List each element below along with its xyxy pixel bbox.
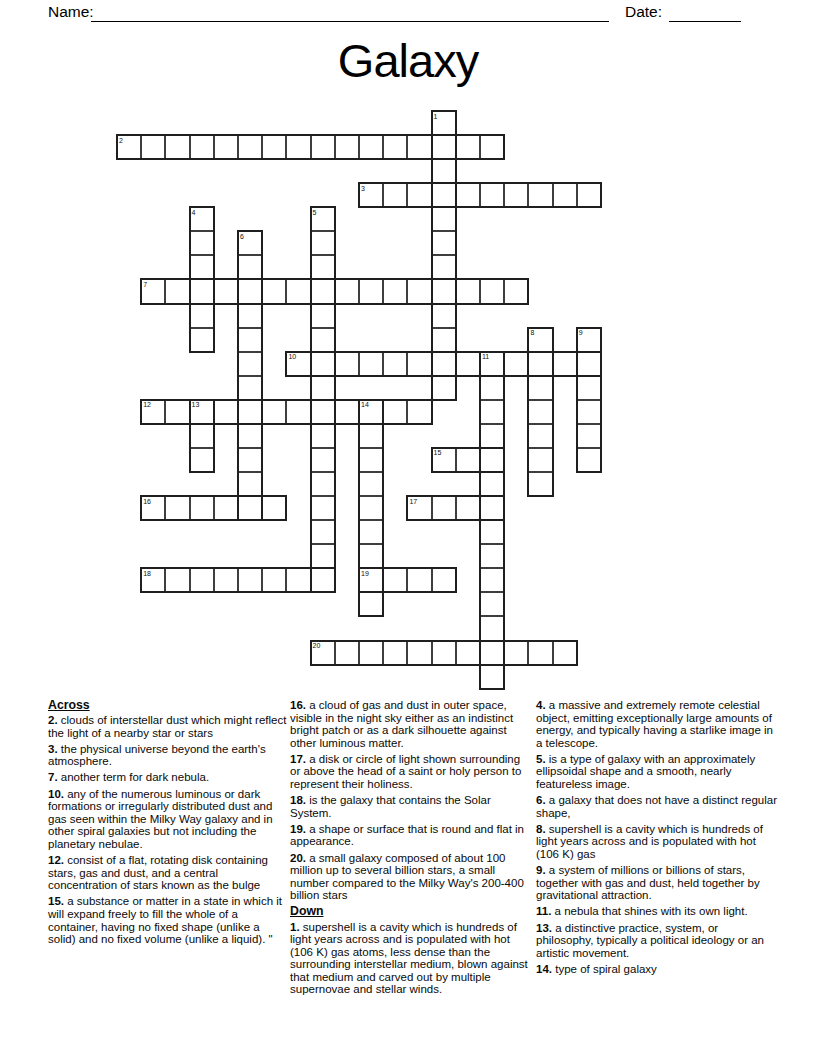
grid-cell[interactable] xyxy=(262,400,286,424)
grid-cell[interactable] xyxy=(238,448,262,472)
grid-cell[interactable] xyxy=(456,183,480,207)
cell-number: 14 xyxy=(361,401,369,409)
grid-cell[interactable] xyxy=(214,496,238,520)
across-clue-20: 20. a small galaxy composed of about 100… xyxy=(290,852,532,902)
grid-cell[interactable] xyxy=(504,183,528,207)
grid-cell[interactable] xyxy=(432,568,456,592)
grid-cell[interactable] xyxy=(480,665,504,689)
cell-number: 6 xyxy=(240,233,244,241)
grid-cell[interactable] xyxy=(577,448,601,472)
grid-cell[interactable] xyxy=(553,183,577,207)
grid-cell[interactable] xyxy=(286,400,310,424)
across-clue-7: 7. another term for dark nebula. xyxy=(48,771,290,784)
grid-cell[interactable] xyxy=(432,183,456,207)
grid-cell[interactable] xyxy=(359,472,383,496)
grid-cell[interactable] xyxy=(456,448,480,472)
grid-cell[interactable] xyxy=(286,279,310,303)
down-clue-5: 5. is a type of galaxy with an approxima… xyxy=(536,753,778,791)
cell-number: 15 xyxy=(434,449,442,457)
grid-cell[interactable] xyxy=(528,641,552,665)
clues-column-left: Across2. clouds of interstellar dust whi… xyxy=(48,699,290,949)
cell-number: 8 xyxy=(530,329,534,337)
grid-cell[interactable] xyxy=(383,135,407,159)
date-label: Date: xyxy=(625,3,662,21)
grid-cell[interactable] xyxy=(238,568,262,592)
grid-cell[interactable] xyxy=(480,544,504,568)
grid-cell[interactable] xyxy=(359,641,383,665)
grid-cell[interactable] xyxy=(407,641,431,665)
grid-cell[interactable] xyxy=(238,352,262,376)
grid-cell[interactable] xyxy=(480,279,504,303)
across-clue-19: 19. a shape or surface that is round and… xyxy=(290,823,532,848)
grid-cell[interactable] xyxy=(311,255,335,279)
grid-cell[interactable] xyxy=(335,400,359,424)
down-clue-8: 8. supershell is a cavity which is hundr… xyxy=(536,823,778,861)
grid-cell[interactable] xyxy=(456,496,480,520)
cell-number: 11 xyxy=(482,353,489,361)
across-clue-10: 10. any of the numerous luminous or dark… xyxy=(48,788,290,851)
grid-cell[interactable] xyxy=(190,448,214,472)
grid-cell[interactable] xyxy=(528,352,552,376)
grid-cell[interactable] xyxy=(456,135,480,159)
grid-cell[interactable] xyxy=(335,279,359,303)
grid-cell[interactable] xyxy=(407,400,431,424)
grid-cell[interactable] xyxy=(359,279,383,303)
across-clue-16: 16. a cloud of gas and dust in outer spa… xyxy=(290,699,532,749)
grid-cell[interactable] xyxy=(286,135,310,159)
across-clue-2: 2. clouds of interstellar dust which mig… xyxy=(48,714,290,739)
grid-cell[interactable] xyxy=(383,400,407,424)
grid-cell[interactable] xyxy=(238,328,262,352)
grid-cell[interactable] xyxy=(190,568,214,592)
grid-cell[interactable] xyxy=(335,135,359,159)
grid-cell[interactable] xyxy=(528,448,552,472)
grid-cell[interactable] xyxy=(190,424,214,448)
grid-cell[interactable] xyxy=(262,568,286,592)
down-clue-9: 9. a system of millions or billions of s… xyxy=(536,864,778,902)
grid-cell[interactable] xyxy=(480,472,504,496)
grid-cell[interactable] xyxy=(432,376,456,400)
grid-cell[interactable] xyxy=(528,400,552,424)
down-clue-14: 14. type of spiral galaxy xyxy=(536,963,778,976)
grid-cell[interactable] xyxy=(359,352,383,376)
grid-cell[interactable] xyxy=(165,135,189,159)
crossword-grid: 1234567891011121314151617181920 xyxy=(117,111,601,689)
grid-cell[interactable] xyxy=(311,472,335,496)
grid-cell[interactable] xyxy=(432,279,456,303)
across-clue-18: 18. is the galaxy that contains the Sola… xyxy=(290,794,532,819)
grid-cell[interactable] xyxy=(432,496,456,520)
grid-cell[interactable] xyxy=(262,135,286,159)
grid-cell[interactable] xyxy=(577,352,601,376)
grid-cell[interactable] xyxy=(480,448,504,472)
cell-number: 1 xyxy=(434,113,438,121)
date-blank-line xyxy=(669,3,741,22)
clues-column-right: 4. a massive and extremely remote celest… xyxy=(536,699,778,979)
cell-number: 2 xyxy=(119,137,123,145)
grid-cell[interactable] xyxy=(432,255,456,279)
cell-number: 18 xyxy=(143,570,151,578)
grid-cell[interactable] xyxy=(359,496,383,520)
grid-cell[interactable] xyxy=(553,352,577,376)
grid-cell[interactable] xyxy=(577,376,601,400)
grid-cell[interactable] xyxy=(311,520,335,544)
grid-cell[interactable] xyxy=(359,520,383,544)
grid-cell[interactable] xyxy=(214,135,238,159)
grid-cell[interactable] xyxy=(432,304,456,328)
cell-number: 16 xyxy=(143,498,151,506)
cell-number: 17 xyxy=(409,498,417,506)
grid-cell[interactable] xyxy=(165,496,189,520)
grid-cell[interactable] xyxy=(480,568,504,592)
down-clue-4: 4. a massive and extremely remote celest… xyxy=(536,699,778,749)
grid-cell[interactable] xyxy=(480,424,504,448)
grid-cell[interactable] xyxy=(238,376,262,400)
clues-column-middle: 16. a cloud of gas and dust in outer spa… xyxy=(290,699,532,1000)
grid-cell[interactable] xyxy=(238,496,262,520)
cell-number: 19 xyxy=(361,570,369,578)
grid-cell[interactable] xyxy=(383,352,407,376)
cell-number: 13 xyxy=(192,401,200,409)
grid-cell[interactable] xyxy=(190,328,214,352)
puzzle-title: Galaxy xyxy=(0,33,816,88)
cell-number: 5 xyxy=(313,209,317,217)
down-clue-13: 13. a distinctive practice, system, or p… xyxy=(536,922,778,960)
grid-cell[interactable] xyxy=(480,641,504,665)
grid-cell[interactable] xyxy=(432,231,456,255)
grid-cell[interactable] xyxy=(359,135,383,159)
grid-cell[interactable] xyxy=(335,641,359,665)
grid-cell[interactable] xyxy=(480,183,504,207)
grid-cell[interactable] xyxy=(553,641,577,665)
grid-cell[interactable] xyxy=(311,544,335,568)
grid-cell[interactable] xyxy=(190,496,214,520)
grid-cell[interactable] xyxy=(311,279,335,303)
grid-cell[interactable] xyxy=(190,231,214,255)
grid-cell[interactable] xyxy=(190,255,214,279)
grid-cell[interactable] xyxy=(432,159,456,183)
grid-cell[interactable] xyxy=(383,183,407,207)
grid-cell[interactable] xyxy=(480,592,504,616)
grid-cell[interactable] xyxy=(528,183,552,207)
grid-cell[interactable] xyxy=(286,568,310,592)
name-label: Name: xyxy=(48,3,94,21)
name-blank-line xyxy=(91,3,609,22)
grid-cell[interactable] xyxy=(432,328,456,352)
grid-cell[interactable] xyxy=(480,135,504,159)
grid-cell[interactable] xyxy=(432,352,456,376)
across-clue-15: 15. a substance or matter in a state in … xyxy=(48,895,290,945)
grid-cell[interactable] xyxy=(432,207,456,231)
grid-cell[interactable] xyxy=(214,279,238,303)
grid-cell[interactable] xyxy=(528,424,552,448)
grid-cell[interactable] xyxy=(190,279,214,303)
across-heading: Across xyxy=(48,699,290,712)
cell-number: 3 xyxy=(361,185,365,193)
cell-number: 9 xyxy=(579,329,583,337)
grid-cell[interactable] xyxy=(262,279,286,303)
grid-cell[interactable] xyxy=(407,135,431,159)
grid-cell[interactable] xyxy=(238,255,262,279)
grid-cell[interactable] xyxy=(190,304,214,328)
grid-cell[interactable] xyxy=(432,641,456,665)
grid-cell[interactable] xyxy=(214,400,238,424)
grid-cell[interactable] xyxy=(407,183,431,207)
grid-cell[interactable] xyxy=(359,592,383,616)
grid-cell[interactable] xyxy=(480,520,504,544)
grid-cell[interactable] xyxy=(311,135,335,159)
grid-cell[interactable] xyxy=(165,279,189,303)
cell-number: 7 xyxy=(143,281,147,289)
grid-cell[interactable] xyxy=(238,472,262,496)
grid-cell[interactable] xyxy=(311,400,335,424)
grid-cell[interactable] xyxy=(504,279,528,303)
grid-cell[interactable] xyxy=(407,568,431,592)
grid-cell[interactable] xyxy=(262,496,286,520)
grid-cell[interactable] xyxy=(480,496,504,520)
grid-cell[interactable] xyxy=(480,400,504,424)
grid-cell[interactable] xyxy=(190,135,214,159)
cell-number: 4 xyxy=(192,209,196,217)
grid-cell[interactable] xyxy=(407,352,431,376)
grid-cell[interactable] xyxy=(383,641,407,665)
grid-cell[interactable] xyxy=(238,304,262,328)
grid-cell[interactable] xyxy=(335,352,359,376)
grid-cell[interactable] xyxy=(480,616,504,640)
across-clue-17: 17. a disk or circle of light shown surr… xyxy=(290,753,532,791)
grid-cell[interactable] xyxy=(383,279,407,303)
grid-cell[interactable] xyxy=(577,400,601,424)
grid-cell[interactable] xyxy=(311,352,335,376)
down-heading: Down xyxy=(290,905,532,918)
cell-number: 10 xyxy=(288,353,296,361)
grid-cell[interactable] xyxy=(311,424,335,448)
grid-cell[interactable] xyxy=(456,641,480,665)
grid-cell[interactable] xyxy=(238,279,262,303)
grid-cell[interactable] xyxy=(311,376,335,400)
grid-cell[interactable] xyxy=(311,304,335,328)
grid-cell[interactable] xyxy=(311,231,335,255)
grid-cell[interactable] xyxy=(383,568,407,592)
cell-number: 12 xyxy=(143,401,151,409)
grid-cell[interactable] xyxy=(359,424,383,448)
cell-number: 20 xyxy=(313,642,321,650)
grid-cell[interactable] xyxy=(528,376,552,400)
grid-cell[interactable] xyxy=(504,352,528,376)
down-clue-6: 6. a galaxy that does not have a distinc… xyxy=(536,794,778,819)
grid-cell[interactable] xyxy=(165,400,189,424)
grid-cell[interactable] xyxy=(407,279,431,303)
grid-cell[interactable] xyxy=(359,544,383,568)
grid-cell[interactable] xyxy=(311,496,335,520)
grid-cell[interactable] xyxy=(528,472,552,496)
grid-cell[interactable] xyxy=(311,328,335,352)
grid-cell[interactable] xyxy=(456,279,480,303)
grid-cell[interactable] xyxy=(504,641,528,665)
grid-cell[interactable] xyxy=(165,568,189,592)
grid-cell[interactable] xyxy=(359,448,383,472)
grid-cell[interactable] xyxy=(238,135,262,159)
grid-cell[interactable] xyxy=(311,568,335,592)
down-clue-1: 1. supershell is a cavity which is hundr… xyxy=(290,921,532,997)
down-clue-11: 11. a nebula that shines with its own li… xyxy=(536,905,778,918)
grid-cell[interactable] xyxy=(432,135,456,159)
grid-cell[interactable] xyxy=(238,400,262,424)
grid-cell[interactable] xyxy=(238,424,262,448)
grid-cell[interactable] xyxy=(214,568,238,592)
grid-cell[interactable] xyxy=(577,424,601,448)
grid-cell[interactable] xyxy=(141,135,165,159)
across-clue-3: 3. the physical universe beyond the eart… xyxy=(48,743,290,768)
worksheet-page: Name: Date: Galaxy 123456789101112131415… xyxy=(0,0,816,1056)
grid-cell[interactable] xyxy=(456,352,480,376)
across-clue-12: 12. consist of a flat, rotating disk con… xyxy=(48,854,290,892)
grid-cell[interactable] xyxy=(311,448,335,472)
grid-cell[interactable] xyxy=(480,376,504,400)
grid-cell[interactable] xyxy=(577,183,601,207)
